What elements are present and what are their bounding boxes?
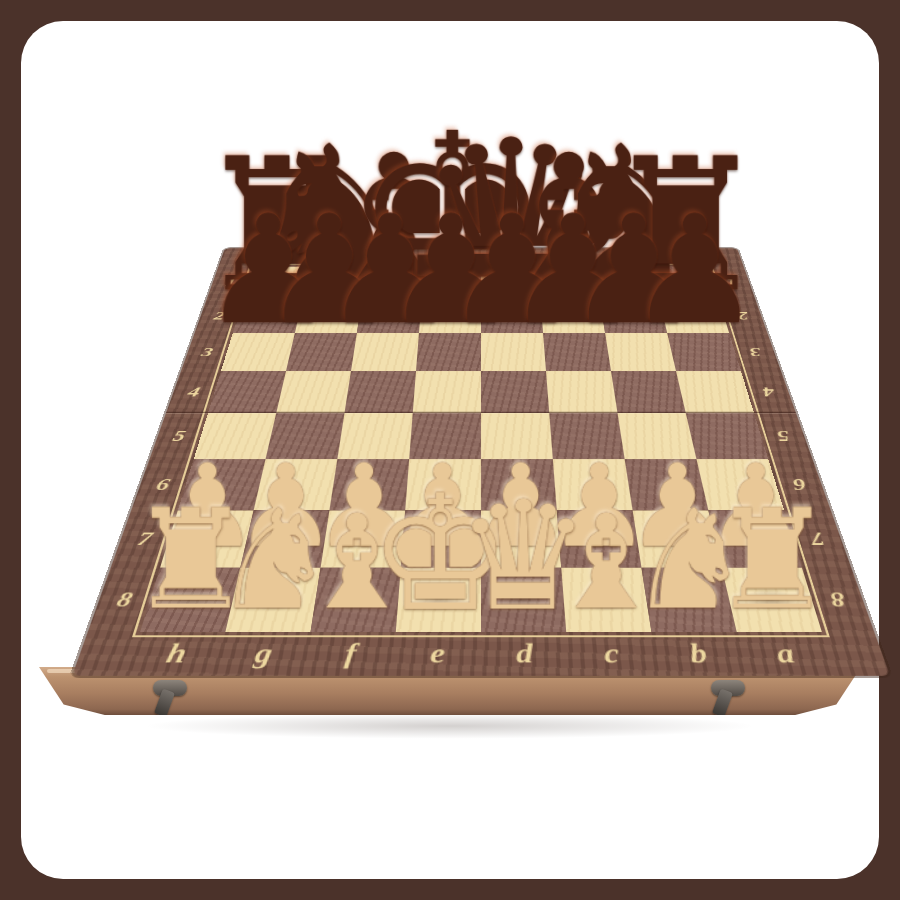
square-d3 [481,333,546,371]
square-e4 [413,371,481,413]
file-label-text: h [163,638,190,669]
square-g4 [276,371,351,413]
file-label-c: c [566,632,658,676]
file-label-h: h [127,632,226,676]
file-label-a: a [737,632,836,676]
file-label-text: a [773,638,798,669]
square-g3 [286,333,357,371]
file-labels-bottom: hgfedcba [127,632,836,676]
file-label-b: b [651,632,746,676]
square-h4 [208,371,286,413]
square-c3 [543,333,611,371]
square-f3 [351,333,419,371]
squares-grid: ♜♞♝♚♛♝♞♜♟♟♟♟♟♟♟♟♟♟♟♟♟♟♟♟♜♞♝♚♛♝♞♜ [140,267,822,632]
square-a3 [667,333,741,371]
file-label-f: f [304,632,396,676]
file-label-text: g [252,638,275,669]
square-a2: ♟ [659,298,729,333]
square-c4 [546,371,617,413]
file-label-text: d [516,638,534,669]
rank-label-left-text: 4 [186,383,203,400]
file-label-e: e [392,632,481,676]
rank-label-right-text: 4 [760,383,777,400]
square-b4 [611,371,686,413]
square-e3 [416,333,481,371]
file-label-text: c [602,638,620,669]
chessboard: ♜♞♝♚♛♝♞♜♟♟♟♟♟♟♟♟♟♟♟♟♟♟♟♟♜♞♝♚♛♝♞♜ 1234567… [72,248,890,676]
file-label-d: d [481,632,570,676]
square-f4 [345,371,416,413]
square-d4 [481,371,549,413]
rank-label-left-text: 3 [199,344,215,359]
square-b3 [605,333,676,371]
file-label-text: e [429,638,445,669]
file-label-g: g [215,632,310,676]
rank-label-right-text: 3 [747,344,763,359]
photo-frame-border: ♜♞♝♚♛♝♞♜♟♟♟♟♟♟♟♟♟♟♟♟♟♟♟♟♜♞♝♚♛♝♞♜ 1234567… [0,0,900,900]
rank-label-left-4: 4 [166,371,221,413]
square-a8: ♜ [722,568,822,632]
file-label-text: f [343,638,358,669]
photo-background: ♜♞♝♚♛♝♞♜♟♟♟♟♟♟♟♟♟♟♟♟♟♟♟♟♜♞♝♚♛♝♞♜ 1234567… [21,21,879,879]
file-label-text: b [687,638,710,669]
rank-label-right-4: 4 [741,371,796,413]
square-h3 [221,333,295,371]
